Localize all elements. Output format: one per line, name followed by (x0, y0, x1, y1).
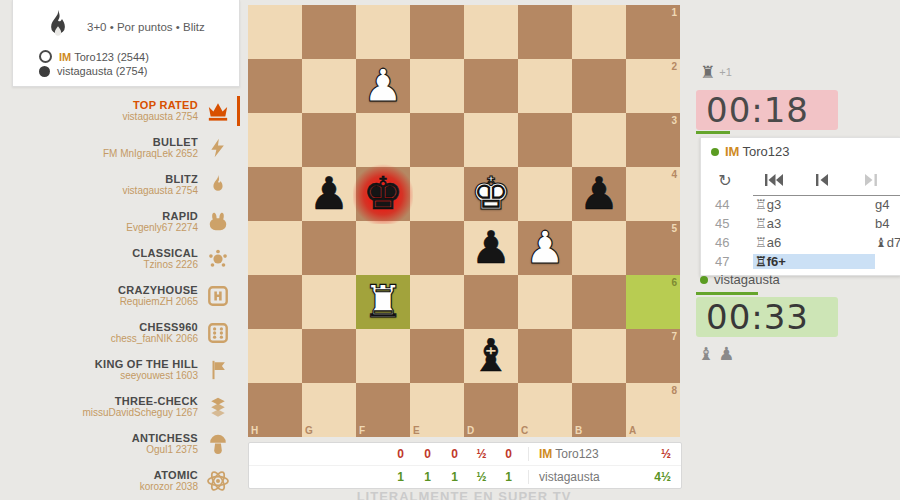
bottom-player-row[interactable]: vistagausta (700, 272, 780, 287)
file-label: G (305, 425, 313, 436)
time-bar-bottom (696, 292, 758, 295)
white-player-line[interactable]: IMToro123 (2544) (13, 48, 239, 63)
blitz-flame-icon (43, 8, 73, 46)
black-player-name: vistagausta (2754) (57, 65, 148, 77)
square-a6[interactable]: 6 (626, 275, 680, 329)
game-result: 1 (414, 470, 441, 484)
square-g6[interactable] (302, 275, 356, 329)
rank-label: 7 (671, 331, 677, 342)
flame-icon (206, 173, 230, 197)
move-list: 44♖g3g445♖a3b446♖a6♝d747♖f6+ (701, 195, 900, 275)
game-result: ½ (468, 470, 495, 484)
square-g7[interactable] (302, 329, 356, 383)
black-player-line[interactable]: vistagausta (2754) (13, 63, 239, 77)
square-d3[interactable] (464, 113, 518, 167)
black-pawn-piece: ♟ (464, 221, 518, 275)
material-advantage: +1 (719, 66, 732, 78)
leaderboard-variant-label: RAPID (126, 210, 198, 222)
move-number: 44 (701, 197, 753, 212)
leaderboard-top-user: seeyouwest 1603 (95, 370, 198, 381)
leaderboard-top-user: RequiemZH 2065 (118, 296, 198, 307)
lightning-icon (206, 136, 230, 160)
square-f8[interactable]: F (356, 383, 410, 437)
rank-label: 2 (671, 61, 677, 72)
top-player-row[interactable]: IMToro123 (701, 138, 900, 165)
flip-board-button[interactable]: ↻ (713, 172, 737, 188)
white-rook-piece: ♜ (356, 275, 410, 329)
square-d6[interactable] (464, 275, 518, 329)
square-b7[interactable] (572, 329, 626, 383)
rank-label: 6 (671, 277, 677, 288)
leaderboard-variant-label: TOP RATED (122, 99, 198, 111)
move-list-divider (753, 195, 900, 196)
score-row: 111½1vistagausta4½ (249, 465, 681, 488)
leaderboard-top-user: vistagausta 2754 (122, 111, 198, 122)
score-player-name[interactable]: IMToro123 (528, 447, 633, 461)
clock-bottom: 00:33 (696, 297, 838, 337)
file-label: D (467, 425, 474, 436)
sidebar-item-king-of-the-hill[interactable]: KING OF THE HILLseeyouwest 1603 (0, 351, 238, 388)
captured-bishop-icon: ♝ (698, 343, 714, 364)
sidebar-item-blitz[interactable]: BLITZvistagausta 2754 (0, 166, 238, 203)
square-f6[interactable]: ♜ (356, 275, 410, 329)
sidebar-item-top-rated[interactable]: TOP RATEDvistagausta 2754 (0, 92, 238, 129)
leaderboard-variant-label: CRAZYHOUSE (118, 284, 198, 296)
sidebar-item-atomic[interactable]: ATOMICkorozor 2038 (0, 462, 238, 499)
square-b6[interactable] (572, 275, 626, 329)
square-b8[interactable]: B (572, 383, 626, 437)
square-d5[interactable]: ♟ (464, 221, 518, 275)
sidebar-item-rapid[interactable]: RAPIDEvgenly67 2274 (0, 203, 238, 240)
square-a1[interactable]: 1 (626, 5, 680, 59)
white-title-badge: IM (59, 51, 71, 63)
white-pawn-piece: ♟ (518, 221, 572, 275)
black-pawn-piece: ♟ (302, 167, 356, 221)
square-c8[interactable]: C (518, 383, 572, 437)
leaderboard-top-user: FM MnIgraqLek 2652 (103, 148, 198, 159)
leaderboard-variant-label: BLITZ (122, 173, 198, 185)
black-color-dot (39, 66, 50, 77)
move-row: 45♖a3b4 (701, 214, 900, 233)
square-g5[interactable] (302, 221, 356, 275)
square-c6[interactable] (518, 275, 572, 329)
square-g1[interactable] (302, 5, 356, 59)
rank-label: 3 (671, 115, 677, 126)
white-pawn-piece: ♟ (356, 59, 410, 113)
square-c4[interactable] (518, 167, 572, 221)
sidebar-item-three-check[interactable]: THREE-CHECKmissuDavidScheguy 1267 (0, 388, 238, 425)
square-e4[interactable] (410, 167, 464, 221)
game-result: 1 (441, 470, 468, 484)
turtle-icon (206, 247, 230, 271)
player-title-badge: IM (539, 447, 552, 461)
bottom-player-name: vistagausta (714, 272, 780, 287)
file-label: F (359, 425, 365, 436)
cutoff-caption: LITERALMENTE EN SUPER TV (248, 489, 680, 500)
moves-panel: IMToro123 ↻ 44♖g3g445♖a3b446♖a6♝d747♖f6+ (700, 137, 900, 276)
layers-icon (206, 395, 230, 419)
square-c5[interactable]: ♟ (518, 221, 572, 275)
top-rated-accent-bar (237, 96, 240, 126)
leaderboard-variant-label: THREE-CHECK (82, 395, 198, 407)
white-move[interactable]: ♖f6+ (753, 254, 875, 269)
move-row: 47♖f6+ (701, 252, 900, 271)
score-row: 000½0IMToro123½ (249, 443, 681, 465)
leaderboard-variant-label: BULLET (103, 136, 198, 148)
square-a4[interactable]: 4 (626, 167, 680, 221)
sidebar-item-antichess[interactable]: ANTICHESSOgul1 2375 (0, 425, 238, 462)
leaderboard: TOP RATEDvistagausta 2754BULLETFM MnIgra… (0, 92, 238, 499)
square-e8[interactable]: E (410, 383, 464, 437)
time-bar-top (696, 131, 730, 134)
antichess-icon (206, 432, 230, 456)
square-e1[interactable] (410, 5, 464, 59)
online-dot (711, 148, 719, 156)
leaderboard-top-user: Ogul1 2375 (132, 444, 198, 455)
sidebar-item-bullet[interactable]: BULLETFM MnIgraqLek 2652 (0, 129, 238, 166)
captured-rook-icon: ♜ (700, 62, 715, 82)
rank-label: 4 (671, 169, 677, 180)
square-d4[interactable]: ♚ (464, 167, 518, 221)
square-g3[interactable] (302, 113, 356, 167)
square-f1[interactable] (356, 5, 410, 59)
crown-icon (206, 99, 230, 123)
square-e2[interactable] (410, 59, 464, 113)
file-label: H (251, 425, 258, 436)
square-c3[interactable] (518, 113, 572, 167)
move-number: 47 (701, 254, 753, 269)
move-number: 46 (701, 235, 753, 250)
leaderboard-variant-label: ATOMIC (140, 469, 198, 481)
white-move[interactable]: ♖g3 (753, 197, 875, 212)
score-total: ½ (633, 447, 681, 461)
crazyhouse-icon (206, 284, 230, 308)
game-result: 0 (414, 447, 441, 461)
square-b3[interactable] (572, 113, 626, 167)
square-h3[interactable] (248, 113, 302, 167)
top-player-name: Toro123 (742, 144, 789, 159)
clock-top: 00:18 (696, 90, 838, 130)
game-result: 0 (495, 447, 522, 461)
move-nav: ↻ (701, 165, 900, 195)
atom-icon (206, 469, 230, 493)
chess-board: 1♟23♟♚♚♟4♟♟5♜6♝7HGFEDCB8A (248, 5, 680, 437)
square-d2[interactable] (464, 59, 518, 113)
sidebar-item-classical[interactable]: CLASSICALTzinos 2226 (0, 240, 238, 277)
square-f5[interactable] (356, 221, 410, 275)
leaderboard-variant-label: ANTICHESS (132, 432, 198, 444)
square-a5[interactable]: 5 (626, 221, 680, 275)
square-f4[interactable]: ♚ (356, 167, 410, 221)
leaderboard-top-user: chess_fanNIK 2066 (111, 333, 198, 344)
square-f3[interactable] (356, 113, 410, 167)
game-result: ½ (468, 447, 495, 461)
black-move[interactable]: b4 (875, 216, 900, 231)
square-e3[interactable] (410, 113, 464, 167)
square-e6[interactable] (410, 275, 464, 329)
square-a7[interactable]: 7 (626, 329, 680, 383)
captured-material-bottom: ♝♟ (698, 343, 734, 364)
square-a2[interactable]: 2 (626, 59, 680, 113)
white-move[interactable]: ♖a3 (753, 216, 875, 231)
square-h4[interactable] (248, 167, 302, 221)
square-d1[interactable] (464, 5, 518, 59)
white-player-name: Toro123 (2544) (74, 51, 149, 63)
move-row: 46♖a6♝d7 (701, 233, 900, 252)
square-c7[interactable] (518, 329, 572, 383)
game-result: 1 (387, 470, 414, 484)
square-b1[interactable] (572, 5, 626, 59)
black-pawn-piece: ♟ (572, 167, 626, 221)
square-d8[interactable]: D (464, 383, 518, 437)
game-result: 0 (441, 447, 468, 461)
move-number: 45 (701, 216, 753, 231)
square-c2[interactable] (518, 59, 572, 113)
game-result: 0 (387, 447, 414, 461)
next-move-button[interactable] (859, 172, 883, 188)
leaderboard-top-user: missuDavidScheguy 1267 (82, 407, 198, 418)
square-d7[interactable]: ♝ (464, 329, 518, 383)
dice-icon (206, 321, 230, 345)
square-f2[interactable]: ♟ (356, 59, 410, 113)
square-b4[interactable]: ♟ (572, 167, 626, 221)
file-label: E (413, 425, 420, 436)
square-g4[interactable]: ♟ (302, 167, 356, 221)
leaderboard-variant-label: KING OF THE HILL (95, 358, 198, 370)
square-h1[interactable] (248, 5, 302, 59)
square-b5[interactable] (572, 221, 626, 275)
square-h5[interactable] (248, 221, 302, 275)
file-label: C (521, 425, 528, 436)
square-h2[interactable] (248, 59, 302, 113)
square-b2[interactable] (572, 59, 626, 113)
square-f7[interactable] (356, 329, 410, 383)
rank-label: 8 (671, 385, 677, 396)
leaderboard-variant-label: CHESS960 (111, 321, 198, 333)
move-row: 44♖g3g4 (701, 195, 900, 214)
prev-move-button[interactable] (810, 172, 834, 188)
leaderboard-top-user: korozor 2038 (140, 481, 198, 492)
captured-material-top: ♜ +1 (700, 62, 732, 82)
white-move[interactable]: ♖a6 (753, 235, 875, 250)
first-move-button[interactable] (762, 172, 786, 188)
black-king-piece: ♚ (356, 167, 410, 221)
white-color-dot (39, 50, 52, 63)
rabbit-icon (206, 210, 230, 234)
match-score-table: 000½0IMToro123½111½1vistagausta4½ (248, 442, 682, 489)
square-g8[interactable]: G (302, 383, 356, 437)
black-bishop-piece: ♝ (464, 329, 518, 383)
flag-icon (206, 358, 230, 382)
square-e5[interactable] (410, 221, 464, 275)
score-total: 4½ (633, 470, 681, 484)
leaderboard-top-user: Evgenly67 2274 (126, 222, 198, 233)
square-g2[interactable] (302, 59, 356, 113)
file-label: B (575, 425, 582, 436)
leaderboard-top-user: Tzinos 2226 (132, 259, 198, 270)
square-h6[interactable] (248, 275, 302, 329)
white-king-piece: ♚ (464, 167, 518, 221)
captured-pawn-icon: ♟ (718, 343, 734, 364)
rank-label: 1 (671, 7, 677, 18)
black-move[interactable]: g4 (875, 197, 900, 212)
square-e7[interactable] (410, 329, 464, 383)
sidebar-item-chess960[interactable]: CHESS960chess_fanNIK 2066 (0, 314, 238, 351)
game-info-card: 3+0 • Por puntos • Blitz IMToro123 (2544… (12, 0, 240, 87)
rank-label: 5 (671, 223, 677, 234)
score-player-name[interactable]: vistagausta (528, 470, 633, 484)
top-player-title: IM (725, 144, 739, 159)
square-h7[interactable] (248, 329, 302, 383)
sidebar-item-crazyhouse[interactable]: CRAZYHOUSERequiemZH 2065 (0, 277, 238, 314)
game-meta: 3+0 • Por puntos • Blitz (87, 21, 205, 33)
leaderboard-variant-label: CLASSICAL (132, 247, 198, 259)
black-move[interactable]: ♝d7 (875, 235, 900, 250)
square-c1[interactable] (518, 5, 572, 59)
square-h8[interactable]: H (248, 383, 302, 437)
square-a3[interactable]: 3 (626, 113, 680, 167)
file-label: A (629, 425, 636, 436)
online-dot (700, 276, 708, 284)
square-a8[interactable]: 8A (626, 383, 680, 437)
game-result: 1 (495, 470, 522, 484)
leaderboard-top-user: vistagausta 2754 (122, 185, 198, 196)
